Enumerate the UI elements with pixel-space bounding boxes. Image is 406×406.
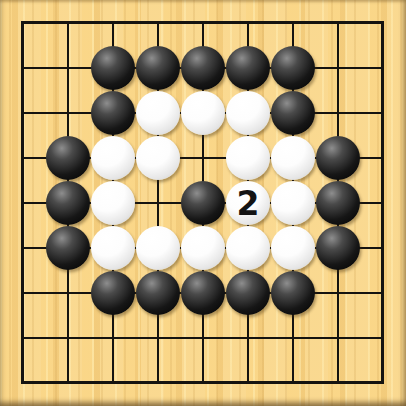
- intersection[interactable]: [316, 316, 361, 361]
- white-stone[interactable]: [91, 136, 135, 180]
- intersection[interactable]: [46, 136, 91, 181]
- black-stone[interactable]: [181, 271, 225, 315]
- white-stone[interactable]: [136, 136, 180, 180]
- intersection[interactable]: [46, 1, 91, 46]
- intersection[interactable]: [91, 226, 136, 271]
- intersection[interactable]: [91, 181, 136, 226]
- intersection[interactable]: [181, 1, 226, 46]
- black-stone[interactable]: [91, 271, 135, 315]
- intersection[interactable]: [1, 1, 46, 46]
- intersection[interactable]: [226, 91, 271, 136]
- black-stone[interactable]: [316, 136, 360, 180]
- intersection[interactable]: [361, 91, 406, 136]
- intersection[interactable]: [136, 361, 181, 406]
- intersection[interactable]: [181, 316, 226, 361]
- intersection[interactable]: [361, 181, 406, 226]
- intersection[interactable]: [271, 226, 316, 271]
- intersection[interactable]: [136, 1, 181, 46]
- intersection[interactable]: [226, 136, 271, 181]
- intersection[interactable]: [181, 361, 226, 406]
- intersection[interactable]: [316, 226, 361, 271]
- goban: 2: [0, 0, 406, 406]
- intersection[interactable]: [361, 136, 406, 181]
- intersection[interactable]: [1, 91, 46, 136]
- white-stone[interactable]: [271, 226, 315, 270]
- intersection[interactable]: [271, 91, 316, 136]
- intersection[interactable]: [1, 46, 46, 91]
- intersection[interactable]: [181, 136, 226, 181]
- white-stone[interactable]: [226, 226, 270, 270]
- intersection[interactable]: [136, 316, 181, 361]
- intersection[interactable]: [316, 181, 361, 226]
- intersection[interactable]: [316, 361, 361, 406]
- white-stone[interactable]: [136, 226, 180, 270]
- intersection[interactable]: [1, 136, 46, 181]
- intersection[interactable]: [271, 1, 316, 46]
- black-stone[interactable]: [316, 226, 360, 270]
- black-stone[interactable]: [46, 136, 90, 180]
- intersection[interactable]: [181, 226, 226, 271]
- intersection[interactable]: [316, 271, 361, 316]
- white-stone[interactable]: [91, 226, 135, 270]
- intersection[interactable]: [271, 316, 316, 361]
- intersection[interactable]: [361, 46, 406, 91]
- intersection[interactable]: [226, 226, 271, 271]
- intersection[interactable]: [136, 181, 181, 226]
- black-stone[interactable]: [136, 46, 180, 90]
- go-diagram: 2: [0, 0, 406, 406]
- black-stone[interactable]: [271, 46, 315, 90]
- white-stone[interactable]: [181, 91, 225, 135]
- intersection[interactable]: [136, 46, 181, 91]
- intersection[interactable]: [316, 136, 361, 181]
- black-stone[interactable]: [91, 91, 135, 135]
- intersection[interactable]: [46, 316, 91, 361]
- white-stone[interactable]: [226, 91, 270, 135]
- intersection[interactable]: [1, 361, 46, 406]
- intersection[interactable]: [181, 181, 226, 226]
- intersection[interactable]: [136, 136, 181, 181]
- black-stone[interactable]: [226, 271, 270, 315]
- black-stone[interactable]: [46, 226, 90, 270]
- intersection[interactable]: [226, 271, 271, 316]
- intersection[interactable]: [361, 316, 406, 361]
- black-stone[interactable]: [271, 91, 315, 135]
- intersection[interactable]: [271, 271, 316, 316]
- intersection[interactable]: [226, 361, 271, 406]
- black-stone[interactable]: [316, 181, 360, 225]
- white-stone[interactable]: 2: [226, 181, 270, 225]
- intersection[interactable]: [316, 1, 361, 46]
- black-stone[interactable]: [46, 181, 90, 225]
- intersection[interactable]: [91, 271, 136, 316]
- white-stone[interactable]: [91, 181, 135, 225]
- intersection[interactable]: [181, 271, 226, 316]
- intersection[interactable]: [91, 1, 136, 46]
- intersection[interactable]: [181, 46, 226, 91]
- intersection[interactable]: [46, 91, 91, 136]
- intersection[interactable]: [46, 271, 91, 316]
- intersection[interactable]: [136, 91, 181, 136]
- intersection[interactable]: [271, 136, 316, 181]
- black-stone[interactable]: [181, 46, 225, 90]
- move-number-label: 2: [226, 181, 270, 225]
- intersection[interactable]: [46, 361, 91, 406]
- intersection[interactable]: [226, 316, 271, 361]
- black-stone[interactable]: [136, 271, 180, 315]
- intersection[interactable]: [1, 316, 46, 361]
- white-stone[interactable]: [271, 136, 315, 180]
- intersection[interactable]: [271, 361, 316, 406]
- intersection[interactable]: [136, 271, 181, 316]
- intersection[interactable]: [46, 46, 91, 91]
- white-stone[interactable]: [181, 226, 225, 270]
- intersection[interactable]: [361, 226, 406, 271]
- intersection[interactable]: [1, 271, 46, 316]
- intersection[interactable]: [226, 46, 271, 91]
- intersection[interactable]: [361, 1, 406, 46]
- intersection[interactable]: [1, 226, 46, 271]
- intersection[interactable]: [271, 46, 316, 91]
- board-grid: 2: [1, 1, 406, 406]
- intersection[interactable]: [91, 91, 136, 136]
- white-stone[interactable]: [226, 136, 270, 180]
- intersection[interactable]: 2: [226, 181, 271, 226]
- white-stone[interactable]: [136, 91, 180, 135]
- intersection[interactable]: [1, 181, 46, 226]
- black-stone[interactable]: [91, 46, 135, 90]
- white-stone[interactable]: [271, 181, 315, 225]
- intersection[interactable]: [46, 181, 91, 226]
- intersection[interactable]: [91, 136, 136, 181]
- intersection[interactable]: [136, 226, 181, 271]
- intersection[interactable]: [271, 181, 316, 226]
- intersection[interactable]: [361, 271, 406, 316]
- intersection[interactable]: [316, 46, 361, 91]
- intersection[interactable]: [91, 316, 136, 361]
- intersection[interactable]: [91, 46, 136, 91]
- intersection[interactable]: [226, 1, 271, 46]
- intersection[interactable]: [316, 91, 361, 136]
- intersection[interactable]: [46, 226, 91, 271]
- intersection[interactable]: [361, 361, 406, 406]
- intersection[interactable]: [91, 361, 136, 406]
- black-stone[interactable]: [226, 46, 270, 90]
- intersection[interactable]: [181, 91, 226, 136]
- black-stone[interactable]: [271, 271, 315, 315]
- black-stone[interactable]: [181, 181, 225, 225]
